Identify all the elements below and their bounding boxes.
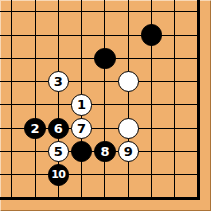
- black-stone-move-2[interactable]: 2: [24, 118, 46, 140]
- white-stone[interactable]: [118, 118, 140, 140]
- black-stone[interactable]: [94, 48, 116, 70]
- black-stone[interactable]: [71, 141, 93, 163]
- go-board-stones: 3126758910: [0, 0, 210, 210]
- white-stone-move-9[interactable]: 9: [118, 141, 140, 163]
- white-stone-move-3[interactable]: 3: [48, 71, 70, 93]
- black-stone-move-10[interactable]: 10: [48, 164, 70, 186]
- white-stone-move-7[interactable]: 7: [71, 118, 93, 140]
- black-stone-move-6[interactable]: 6: [48, 118, 70, 140]
- black-stone-move-8[interactable]: 8: [94, 141, 116, 163]
- white-stone-move-1[interactable]: 1: [71, 94, 93, 116]
- white-stone-move-5[interactable]: 5: [48, 141, 70, 163]
- white-stone[interactable]: [118, 71, 140, 93]
- black-stone[interactable]: [141, 24, 163, 46]
- go-board[interactable]: 3126758910: [0, 0, 211, 211]
